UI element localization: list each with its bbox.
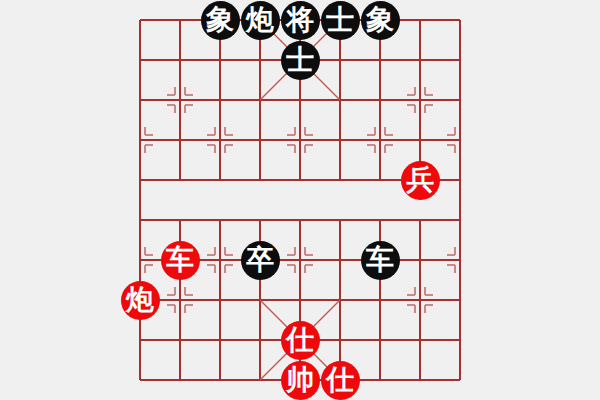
piece-red-cannon[interactable]: 炮 — [121, 281, 160, 320]
piece-black-soldier[interactable]: 卒 — [241, 241, 280, 280]
piece-red-advisor[interactable]: 仕 — [281, 321, 320, 360]
piece-black-elephant[interactable]: 象 — [201, 1, 240, 40]
piece-black-general[interactable]: 将 — [281, 1, 320, 40]
piece-red-chariot[interactable]: 车 — [161, 241, 200, 280]
xiangqi-board: 象炮将士象士兵车卒车炮仕帅仕 — [0, 0, 600, 400]
piece-red-general[interactable]: 帅 — [281, 361, 320, 400]
piece-red-advisor[interactable]: 仕 — [321, 361, 360, 400]
piece-black-cannon[interactable]: 炮 — [241, 1, 280, 40]
piece-black-advisor[interactable]: 士 — [321, 1, 360, 40]
piece-black-elephant[interactable]: 象 — [361, 1, 400, 40]
piece-red-soldier[interactable]: 兵 — [401, 161, 440, 200]
piece-black-chariot[interactable]: 车 — [361, 241, 400, 280]
piece-black-advisor[interactable]: 士 — [281, 41, 320, 80]
pieces-layer: 象炮将士象士兵车卒车炮仕帅仕 — [0, 0, 600, 400]
